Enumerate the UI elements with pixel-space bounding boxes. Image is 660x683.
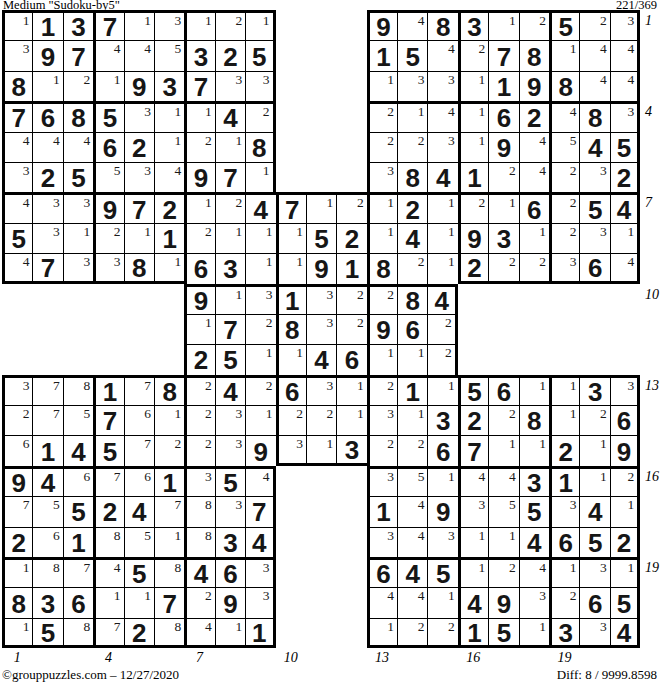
cell-r20c9[interactable]: 3 [245, 587, 275, 617]
cell-r13c19[interactable]: 1 [549, 375, 579, 405]
cell-r10c9[interactable]: 3 [245, 284, 275, 314]
cell-r5c8[interactable]: 1 [215, 132, 245, 162]
cell-r11c10[interactable]: 8 [276, 314, 306, 344]
cell-r2c3[interactable]: 7 [63, 40, 93, 70]
cell-r2c14[interactable]: 5 [397, 40, 427, 70]
cell-r6c1[interactable]: 3 [2, 162, 32, 192]
cell-r3c2[interactable]: 1 [32, 71, 62, 101]
cell-r16c19[interactable]: 1 [549, 466, 579, 496]
cell-r14c1[interactable]: 2 [2, 405, 32, 435]
cell-r5c7[interactable]: 2 [184, 132, 214, 162]
cell-r20c5[interactable]: 1 [124, 587, 154, 617]
cell-r6c2[interactable]: 2 [32, 162, 62, 192]
cell-r13c20[interactable]: 3 [579, 375, 609, 405]
cell-r7c15[interactable]: 1 [427, 192, 457, 222]
cell-r13c8[interactable]: 4 [215, 375, 245, 405]
cell-r10c15[interactable]: 4 [427, 284, 457, 314]
cell-r18c6[interactable]: 1 [154, 527, 184, 557]
cell-r21c18[interactable]: 1 [519, 618, 549, 648]
cell-r3c4[interactable]: 1 [93, 71, 123, 101]
cell-r6c5[interactable]: 3 [124, 162, 154, 192]
cell-r13c14[interactable]: 1 [397, 375, 427, 405]
cell-r18c17[interactable]: 1 [488, 527, 518, 557]
cell-r12c14[interactable]: 1 [397, 344, 427, 374]
cell-r13c4[interactable]: 1 [93, 375, 123, 405]
cell-r7c7[interactable]: 1 [184, 192, 214, 222]
cell-r21c13[interactable]: 1 [367, 618, 397, 648]
cell-r15c12[interactable]: 3 [336, 435, 366, 465]
cell-r16c2[interactable]: 4 [32, 466, 62, 496]
cell-r17c5[interactable]: 4 [124, 496, 154, 526]
cell-r11c15[interactable]: 2 [427, 314, 457, 344]
cell-r13c6[interactable]: 8 [154, 375, 184, 405]
cell-r4c9[interactable]: 2 [245, 101, 275, 131]
cell-r12c10[interactable]: 1 [276, 344, 306, 374]
cell-r6c6[interactable]: 4 [154, 162, 184, 192]
cell-r8c18[interactable]: 1 [519, 223, 549, 253]
cell-r5c16[interactable]: 1 [458, 132, 488, 162]
cell-r17c16[interactable]: 3 [458, 496, 488, 526]
cell-r1c8[interactable]: 2 [215, 10, 245, 40]
cell-r7c14[interactable]: 2 [397, 192, 427, 222]
cell-r6c7[interactable]: 9 [184, 162, 214, 192]
cell-r11c13[interactable]: 9 [367, 314, 397, 344]
cell-r17c2[interactable]: 5 [32, 496, 62, 526]
cell-r4c8[interactable]: 4 [215, 101, 245, 131]
cell-r14c15[interactable]: 3 [427, 405, 457, 435]
cell-r8c9[interactable]: 1 [245, 223, 275, 253]
cell-r12c12[interactable]: 6 [336, 344, 366, 374]
cell-r17c17[interactable]: 5 [488, 496, 518, 526]
cell-r5c1[interactable]: 4 [2, 132, 32, 162]
cell-r7c20[interactable]: 5 [579, 192, 609, 222]
cell-r8c20[interactable]: 3 [579, 223, 609, 253]
cell-r13c16[interactable]: 5 [458, 375, 488, 405]
cell-r16c6[interactable]: 1 [154, 466, 184, 496]
cell-r21c14[interactable]: 2 [397, 618, 427, 648]
cell-r6c8[interactable]: 7 [215, 162, 245, 192]
cell-r15c3[interactable]: 4 [63, 435, 93, 465]
cell-r4c19[interactable]: 4 [549, 101, 579, 131]
cell-r9c3[interactable]: 3 [63, 253, 93, 283]
cell-r8c6[interactable]: 1 [154, 223, 184, 253]
cell-r14c9[interactable]: 1 [245, 405, 275, 435]
cell-r3c15[interactable]: 3 [427, 71, 457, 101]
cell-r14c2[interactable]: 7 [32, 405, 62, 435]
cell-r3c16[interactable]: 1 [458, 71, 488, 101]
cell-r11c8[interactable]: 7 [215, 314, 245, 344]
cell-r7c8[interactable]: 2 [215, 192, 245, 222]
cell-r13c15[interactable]: 1 [427, 375, 457, 405]
cell-r4c6[interactable]: 1 [154, 101, 184, 131]
cell-r1c13[interactable]: 9 [367, 10, 397, 40]
cell-r4c13[interactable]: 2 [367, 101, 397, 131]
cell-r4c18[interactable]: 2 [519, 101, 549, 131]
cell-r18c5[interactable]: 5 [124, 527, 154, 557]
cell-r19c15[interactable]: 5 [427, 557, 457, 587]
cell-r8c8[interactable]: 1 [215, 223, 245, 253]
cell-r9c9[interactable]: 1 [245, 253, 275, 283]
cell-r18c7[interactable]: 8 [184, 527, 214, 557]
cell-r13c17[interactable]: 6 [488, 375, 518, 405]
cell-r9c7[interactable]: 6 [184, 253, 214, 283]
cell-r15c14[interactable]: 2 [397, 435, 427, 465]
cell-r12c7[interactable]: 2 [184, 344, 214, 374]
cell-r9c2[interactable]: 7 [32, 253, 62, 283]
cell-r17c4[interactable]: 2 [93, 496, 123, 526]
cell-r5c20[interactable]: 4 [579, 132, 609, 162]
cell-r13c1[interactable]: 3 [2, 375, 32, 405]
cell-r18c4[interactable]: 8 [93, 527, 123, 557]
cell-r9c1[interactable]: 4 [2, 253, 32, 283]
cell-r16c20[interactable]: 1 [579, 466, 609, 496]
cell-r15c5[interactable]: 7 [124, 435, 154, 465]
cell-r15c1[interactable]: 6 [2, 435, 32, 465]
cell-r3c6[interactable]: 3 [154, 71, 184, 101]
cell-r2c1[interactable]: 3 [2, 40, 32, 70]
cell-r15c4[interactable]: 5 [93, 435, 123, 465]
cell-r14c12[interactable]: 1 [336, 405, 366, 435]
cell-r20c21[interactable]: 5 [610, 587, 640, 617]
cell-r5c6[interactable]: 1 [154, 132, 184, 162]
cell-r18c19[interactable]: 6 [549, 527, 579, 557]
cell-r20c8[interactable]: 9 [215, 587, 245, 617]
cell-r9c5[interactable]: 8 [124, 253, 154, 283]
cell-r20c7[interactable]: 2 [184, 587, 214, 617]
cell-r20c4[interactable]: 1 [93, 587, 123, 617]
cell-r6c21[interactable]: 2 [610, 162, 640, 192]
cell-r17c6[interactable]: 7 [154, 496, 184, 526]
cell-r14c19[interactable]: 1 [549, 405, 579, 435]
cell-r6c16[interactable]: 1 [458, 162, 488, 192]
cell-r11c9[interactable]: 2 [245, 314, 275, 344]
cell-r4c7[interactable]: 1 [184, 101, 214, 131]
cell-r10c11[interactable]: 3 [306, 284, 336, 314]
cell-r6c15[interactable]: 4 [427, 162, 457, 192]
cell-r8c21[interactable]: 1 [610, 223, 640, 253]
cell-r15c17[interactable]: 1 [488, 435, 518, 465]
cell-r10c14[interactable]: 8 [397, 284, 427, 314]
cell-r2c16[interactable]: 2 [458, 40, 488, 70]
cell-r8c3[interactable]: 1 [63, 223, 93, 253]
cell-r17c14[interactable]: 4 [397, 496, 427, 526]
cell-r4c21[interactable]: 3 [610, 101, 640, 131]
cell-r5c4[interactable]: 6 [93, 132, 123, 162]
cell-r20c16[interactable]: 4 [458, 587, 488, 617]
cell-r8c14[interactable]: 4 [397, 223, 427, 253]
cell-r20c1[interactable]: 8 [2, 587, 32, 617]
cell-r21c2[interactable]: 5 [32, 618, 62, 648]
cell-r10c12[interactable]: 2 [336, 284, 366, 314]
cell-r14c3[interactable]: 5 [63, 405, 93, 435]
cell-r12c9[interactable]: 1 [245, 344, 275, 374]
cell-r14c16[interactable]: 2 [458, 405, 488, 435]
cell-r17c1[interactable]: 7 [2, 496, 32, 526]
cell-r16c14[interactable]: 5 [397, 466, 427, 496]
cell-r16c4[interactable]: 7 [93, 466, 123, 496]
cell-r14c17[interactable]: 2 [488, 405, 518, 435]
cell-r2c13[interactable]: 1 [367, 40, 397, 70]
cell-r11c14[interactable]: 6 [397, 314, 427, 344]
cell-r7c21[interactable]: 4 [610, 192, 640, 222]
cell-r1c17[interactable]: 1 [488, 10, 518, 40]
cell-r1c21[interactable]: 3 [610, 10, 640, 40]
cell-r8c16[interactable]: 9 [458, 223, 488, 253]
cell-r7c5[interactable]: 7 [124, 192, 154, 222]
cell-r4c17[interactable]: 6 [488, 101, 518, 131]
cell-r20c15[interactable]: 1 [427, 587, 457, 617]
cell-r7c1[interactable]: 4 [2, 192, 32, 222]
cell-r16c16[interactable]: 4 [458, 466, 488, 496]
cell-r3c20[interactable]: 4 [579, 71, 609, 101]
cell-r2c4[interactable]: 4 [93, 40, 123, 70]
cell-r20c14[interactable]: 4 [397, 587, 427, 617]
cell-r1c9[interactable]: 1 [245, 10, 275, 40]
cell-r4c3[interactable]: 8 [63, 101, 93, 131]
cell-r7c10[interactable]: 7 [276, 192, 306, 222]
cell-r5c14[interactable]: 2 [397, 132, 427, 162]
cell-r10c10[interactable]: 1 [276, 284, 306, 314]
cell-r4c2[interactable]: 6 [32, 101, 62, 131]
cell-r17c8[interactable]: 3 [215, 496, 245, 526]
cell-r18c2[interactable]: 6 [32, 527, 62, 557]
cell-r3c21[interactable]: 4 [610, 71, 640, 101]
cell-r20c19[interactable]: 2 [549, 587, 579, 617]
cell-r19c8[interactable]: 6 [215, 557, 245, 587]
cell-r3c13[interactable]: 1 [367, 71, 397, 101]
cell-r11c7[interactable]: 1 [184, 314, 214, 344]
cell-r8c13[interactable]: 1 [367, 223, 397, 253]
cell-r21c8[interactable]: 1 [215, 618, 245, 648]
cell-r8c1[interactable]: 5 [2, 223, 32, 253]
cell-r1c16[interactable]: 3 [458, 10, 488, 40]
cell-r13c10[interactable]: 6 [276, 375, 306, 405]
cell-r15c7[interactable]: 2 [184, 435, 214, 465]
cell-r21c5[interactable]: 2 [124, 618, 154, 648]
cell-r9c19[interactable]: 3 [549, 253, 579, 283]
cell-r16c7[interactable]: 3 [184, 466, 214, 496]
cell-r1c7[interactable]: 1 [184, 10, 214, 40]
cell-r16c18[interactable]: 3 [519, 466, 549, 496]
cell-r5c13[interactable]: 2 [367, 132, 397, 162]
cell-r6c13[interactable]: 3 [367, 162, 397, 192]
cell-r19c17[interactable]: 2 [488, 557, 518, 587]
cell-r6c18[interactable]: 4 [519, 162, 549, 192]
cell-r7c17[interactable]: 1 [488, 192, 518, 222]
cell-r19c18[interactable]: 4 [519, 557, 549, 587]
cell-r19c2[interactable]: 8 [32, 557, 62, 587]
cell-r5c17[interactable]: 9 [488, 132, 518, 162]
cell-r18c15[interactable]: 3 [427, 527, 457, 557]
cell-r1c5[interactable]: 1 [124, 10, 154, 40]
cell-r21c1[interactable]: 1 [2, 618, 32, 648]
cell-r19c19[interactable]: 1 [549, 557, 579, 587]
cell-r19c20[interactable]: 3 [579, 557, 609, 587]
cell-r2c15[interactable]: 4 [427, 40, 457, 70]
cell-r17c9[interactable]: 7 [245, 496, 275, 526]
cell-r13c11[interactable]: 3 [306, 375, 336, 405]
cell-r9c6[interactable]: 1 [154, 253, 184, 283]
cell-r15c8[interactable]: 3 [215, 435, 245, 465]
cell-r8c15[interactable]: 1 [427, 223, 457, 253]
cell-r19c21[interactable]: 1 [610, 557, 640, 587]
cell-r9c21[interactable]: 4 [610, 253, 640, 283]
cell-r19c5[interactable]: 5 [124, 557, 154, 587]
cell-r21c7[interactable]: 4 [184, 618, 214, 648]
cell-r14c21[interactable]: 6 [610, 405, 640, 435]
cell-r2c9[interactable]: 5 [245, 40, 275, 70]
cell-r18c14[interactable]: 4 [397, 527, 427, 557]
cell-r2c21[interactable]: 4 [610, 40, 640, 70]
cell-r1c1[interactable]: 1 [2, 10, 32, 40]
cell-r14c8[interactable]: 3 [215, 405, 245, 435]
cell-r2c17[interactable]: 7 [488, 40, 518, 70]
cell-r4c14[interactable]: 1 [397, 101, 427, 131]
cell-r13c18[interactable]: 1 [519, 375, 549, 405]
cell-r17c15[interactable]: 9 [427, 496, 457, 526]
cell-r2c18[interactable]: 8 [519, 40, 549, 70]
cell-r8c5[interactable]: 1 [124, 223, 154, 253]
cell-r7c4[interactable]: 9 [93, 192, 123, 222]
cell-r9c16[interactable]: 2 [458, 253, 488, 283]
cell-r17c21[interactable]: 1 [610, 496, 640, 526]
cell-r8c7[interactable]: 2 [184, 223, 214, 253]
cell-r6c19[interactable]: 2 [549, 162, 579, 192]
cell-r18c21[interactable]: 2 [610, 527, 640, 557]
cell-r19c4[interactable]: 4 [93, 557, 123, 587]
cell-r9c20[interactable]: 6 [579, 253, 609, 283]
cell-r21c15[interactable]: 2 [427, 618, 457, 648]
cell-r21c4[interactable]: 7 [93, 618, 123, 648]
cell-r20c18[interactable]: 3 [519, 587, 549, 617]
cell-r12c11[interactable]: 4 [306, 344, 336, 374]
cell-r18c16[interactable]: 1 [458, 527, 488, 557]
cell-r2c8[interactable]: 2 [215, 40, 245, 70]
cell-r5c18[interactable]: 4 [519, 132, 549, 162]
cell-r1c20[interactable]: 2 [579, 10, 609, 40]
cell-r13c21[interactable]: 3 [610, 375, 640, 405]
cell-r18c9[interactable]: 4 [245, 527, 275, 557]
cell-r1c3[interactable]: 3 [63, 10, 93, 40]
cell-r7c13[interactable]: 1 [367, 192, 397, 222]
cell-r14c10[interactable]: 2 [276, 405, 306, 435]
cell-r1c15[interactable]: 8 [427, 10, 457, 40]
cell-r13c9[interactable]: 2 [245, 375, 275, 405]
cell-r13c5[interactable]: 7 [124, 375, 154, 405]
cell-r6c4[interactable]: 5 [93, 162, 123, 192]
cell-r7c19[interactable]: 2 [549, 192, 579, 222]
cell-r20c2[interactable]: 3 [32, 587, 62, 617]
cell-r12c15[interactable]: 2 [427, 344, 457, 374]
cell-r5c9[interactable]: 8 [245, 132, 275, 162]
cell-r14c7[interactable]: 2 [184, 405, 214, 435]
cell-r3c9[interactable]: 3 [245, 71, 275, 101]
cell-r17c7[interactable]: 8 [184, 496, 214, 526]
cell-r20c20[interactable]: 6 [579, 587, 609, 617]
cell-r15c9[interactable]: 9 [245, 435, 275, 465]
cell-r15c16[interactable]: 7 [458, 435, 488, 465]
cell-r2c6[interactable]: 5 [154, 40, 184, 70]
cell-r15c18[interactable]: 1 [519, 435, 549, 465]
cell-r21c3[interactable]: 8 [63, 618, 93, 648]
cell-r8c2[interactable]: 3 [32, 223, 62, 253]
cell-r16c3[interactable]: 6 [63, 466, 93, 496]
cell-r15c13[interactable]: 2 [367, 435, 397, 465]
cell-r9c13[interactable]: 8 [367, 253, 397, 283]
cell-r2c2[interactable]: 9 [32, 40, 62, 70]
cell-r20c3[interactable]: 6 [63, 587, 93, 617]
cell-r21c21[interactable]: 4 [610, 618, 640, 648]
cell-r9c10[interactable]: 1 [276, 253, 306, 283]
cell-r18c13[interactable]: 3 [367, 527, 397, 557]
cell-r3c8[interactable]: 3 [215, 71, 245, 101]
cell-r1c18[interactable]: 2 [519, 10, 549, 40]
cell-r15c11[interactable]: 1 [306, 435, 336, 465]
cell-r2c7[interactable]: 3 [184, 40, 214, 70]
cell-r8c19[interactable]: 2 [549, 223, 579, 253]
cell-r15c21[interactable]: 9 [610, 435, 640, 465]
cell-r16c5[interactable]: 6 [124, 466, 154, 496]
cell-r7c9[interactable]: 4 [245, 192, 275, 222]
cell-r15c19[interactable]: 2 [549, 435, 579, 465]
cell-r12c8[interactable]: 5 [215, 344, 245, 374]
cell-r8c4[interactable]: 2 [93, 223, 123, 253]
cell-r17c19[interactable]: 3 [549, 496, 579, 526]
cell-r18c20[interactable]: 5 [579, 527, 609, 557]
cell-r7c16[interactable]: 2 [458, 192, 488, 222]
cell-r18c18[interactable]: 4 [519, 527, 549, 557]
cell-r14c5[interactable]: 6 [124, 405, 154, 435]
cell-r3c5[interactable]: 9 [124, 71, 154, 101]
cell-r19c6[interactable]: 8 [154, 557, 184, 587]
cell-r16c8[interactable]: 5 [215, 466, 245, 496]
cell-r21c20[interactable]: 3 [579, 618, 609, 648]
cell-r8c17[interactable]: 3 [488, 223, 518, 253]
cell-r3c18[interactable]: 9 [519, 71, 549, 101]
cell-r4c16[interactable]: 1 [458, 101, 488, 131]
cell-r1c14[interactable]: 4 [397, 10, 427, 40]
cell-r21c19[interactable]: 3 [549, 618, 579, 648]
cell-r3c3[interactable]: 2 [63, 71, 93, 101]
cell-r9c18[interactable]: 2 [519, 253, 549, 283]
cell-r9c17[interactable]: 2 [488, 253, 518, 283]
cell-r4c15[interactable]: 4 [427, 101, 457, 131]
cell-r16c15[interactable]: 1 [427, 466, 457, 496]
cell-r8c11[interactable]: 5 [306, 223, 336, 253]
cell-r8c12[interactable]: 2 [336, 223, 366, 253]
cell-r14c18[interactable]: 8 [519, 405, 549, 435]
cell-r7c2[interactable]: 3 [32, 192, 62, 222]
cell-r6c14[interactable]: 8 [397, 162, 427, 192]
cell-r5c5[interactable]: 2 [124, 132, 154, 162]
cell-r6c17[interactable]: 2 [488, 162, 518, 192]
cell-r20c13[interactable]: 4 [367, 587, 397, 617]
cell-r3c19[interactable]: 8 [549, 71, 579, 101]
cell-r1c2[interactable]: 1 [32, 10, 62, 40]
cell-r14c4[interactable]: 7 [93, 405, 123, 435]
cell-r9c11[interactable]: 9 [306, 253, 336, 283]
cell-r19c7[interactable]: 4 [184, 557, 214, 587]
cell-r6c9[interactable]: 1 [245, 162, 275, 192]
cell-r16c13[interactable]: 3 [367, 466, 397, 496]
cell-r1c4[interactable]: 7 [93, 10, 123, 40]
cell-r2c5[interactable]: 4 [124, 40, 154, 70]
cell-r7c11[interactable]: 1 [306, 192, 336, 222]
cell-r17c13[interactable]: 1 [367, 496, 397, 526]
cell-r20c6[interactable]: 7 [154, 587, 184, 617]
cell-r15c6[interactable]: 2 [154, 435, 184, 465]
cell-r7c3[interactable]: 3 [63, 192, 93, 222]
